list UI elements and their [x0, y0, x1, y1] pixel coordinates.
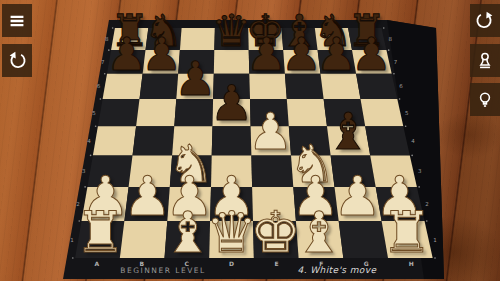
- rank-label-right-4: 4: [411, 138, 415, 144]
- rank-label-left-7: 7: [101, 59, 105, 65]
- rotate-ccw-icon: [6, 50, 28, 72]
- hamburger-icon: [6, 10, 28, 32]
- player-button[interactable]: [470, 44, 500, 77]
- square-h4[interactable]: [365, 126, 410, 155]
- menu-button[interactable]: [2, 4, 32, 37]
- piece-white-bishop-f1[interactable]: ♝: [294, 204, 345, 261]
- rank-label-left-6: 6: [97, 83, 101, 89]
- rank-label-left-1: 1: [70, 237, 74, 243]
- square-a5[interactable]: [98, 99, 140, 126]
- rank-label-right-7: 7: [394, 59, 398, 65]
- rank-label-right-1: 1: [433, 237, 437, 243]
- move-indicator: 4. White's move: [272, 265, 402, 275]
- square-b5[interactable]: [136, 99, 176, 126]
- rank-label-right-5: 5: [405, 110, 409, 116]
- level-label: BEGINNER LEVEL: [98, 266, 228, 275]
- rank-label-right-6: 6: [399, 83, 403, 89]
- piece-black-pawn-h7[interactable]: ♟: [351, 31, 392, 76]
- redo-button[interactable]: [470, 4, 500, 37]
- chess-app-screen: ABCDEFGH8877665544332211 ♜♞♛♚♝♞♜♟♟♟♟♟♟♟♟…: [0, 0, 500, 281]
- lightbulb-icon: [474, 89, 496, 111]
- piece-white-pawn-e4[interactable]: ♟: [248, 108, 293, 159]
- undo-button[interactable]: [2, 44, 32, 77]
- square-a4[interactable]: [93, 126, 136, 155]
- pawn-player-icon: [474, 50, 496, 72]
- rank-label-left-5: 5: [92, 110, 96, 116]
- hint-button[interactable]: [470, 83, 500, 116]
- rotate-cw-icon: [474, 10, 496, 32]
- rank-label-left-4: 4: [87, 138, 91, 144]
- piece-white-rook-a1[interactable]: ♜: [75, 204, 126, 261]
- square-c8[interactable]: [180, 28, 215, 50]
- piece-white-rook-h1[interactable]: ♜: [381, 204, 432, 261]
